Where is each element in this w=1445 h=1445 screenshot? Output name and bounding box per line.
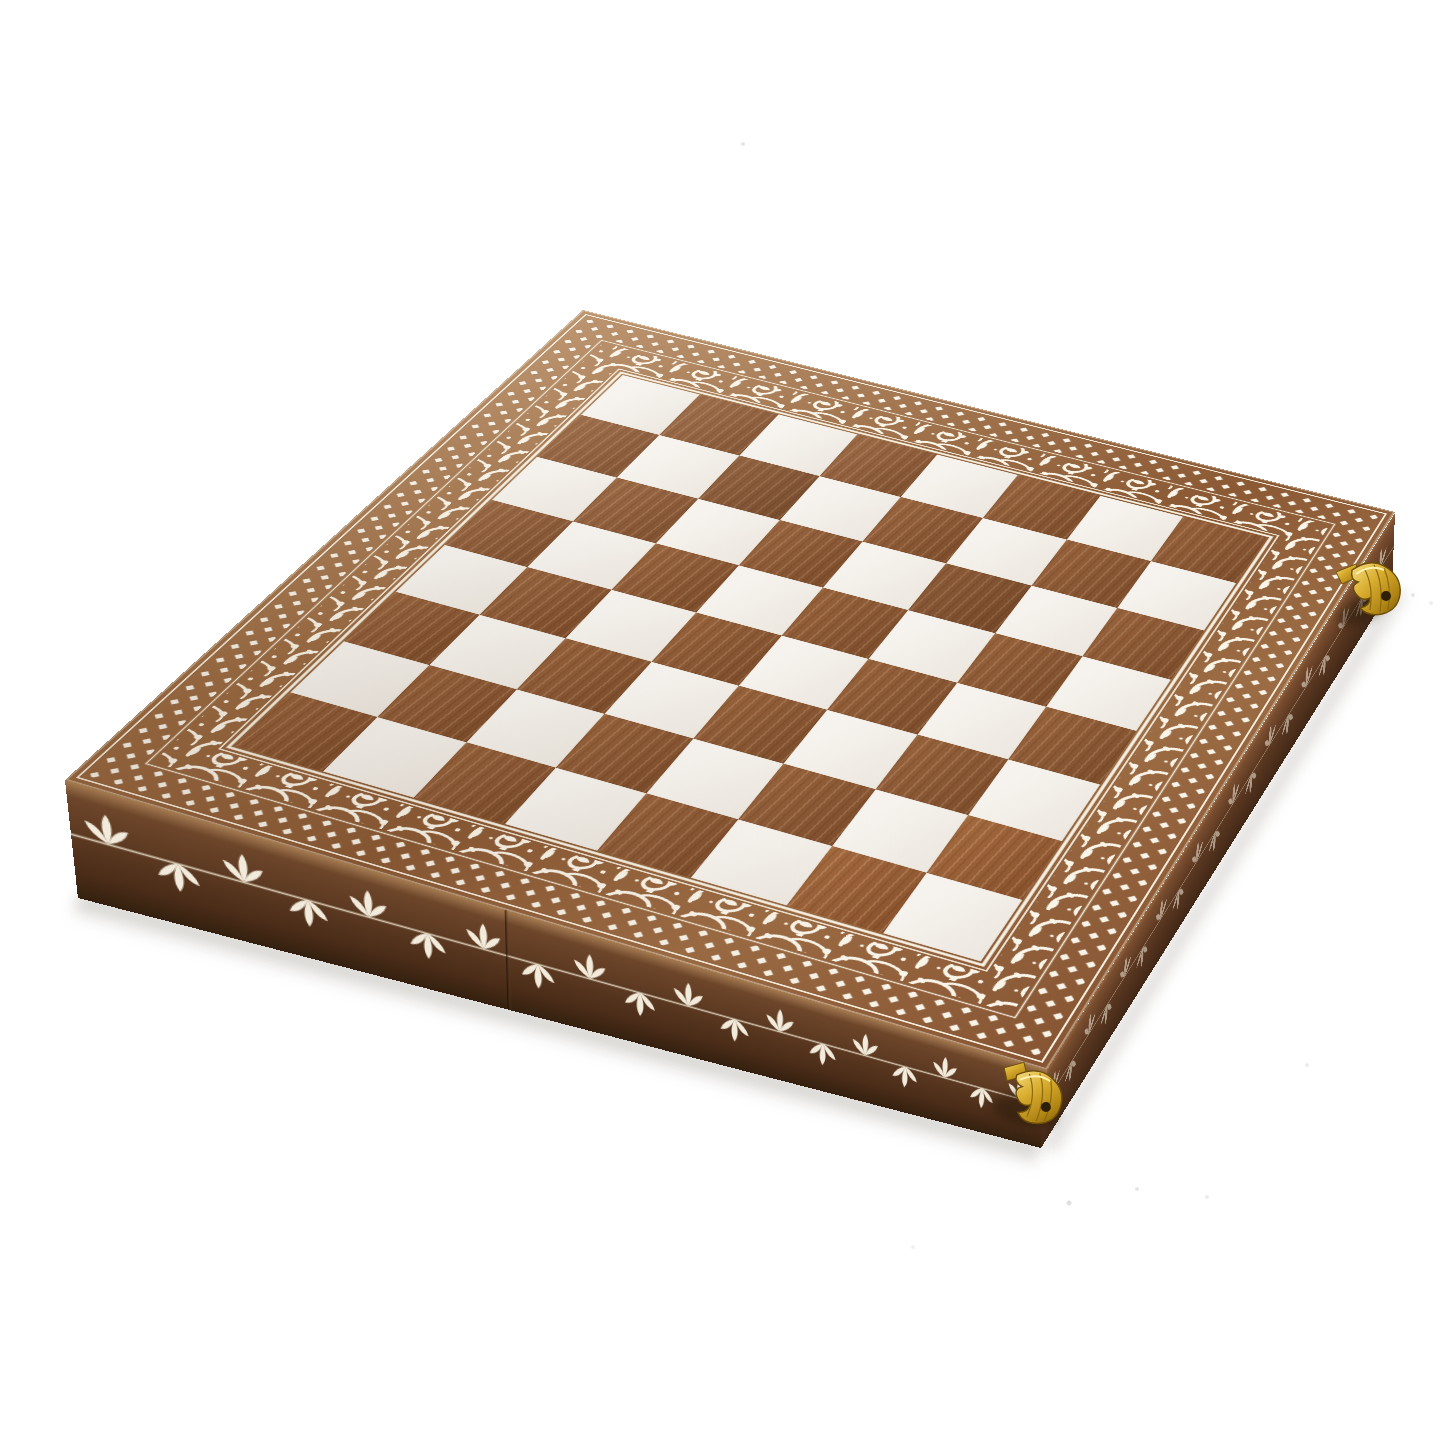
product-photo-scene <box>0 0 1445 1445</box>
brass-latch-right-icon <box>1330 552 1414 636</box>
brass-latch-bottom-icon <box>992 1060 1092 1152</box>
dust-specks <box>0 0 2 2</box>
